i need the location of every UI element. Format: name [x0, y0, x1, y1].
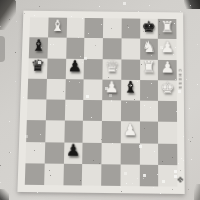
black-queen[interactable]: ♛ — [30, 58, 45, 74]
square-g8[interactable]: ♚ — [140, 19, 158, 39]
edge-shadow-left — [0, 36, 5, 62]
square-e7[interactable] — [103, 38, 122, 59]
square-f5[interactable]: ♝ — [121, 80, 140, 101]
square-c4[interactable] — [64, 100, 83, 121]
square-e1[interactable] — [101, 164, 120, 186]
square-h2[interactable] — [158, 143, 177, 165]
board-frame: ♝♚♜♝♞♟♛♟♛♜♟♟♝♚♟♟ CHESS ❖ — [17, 11, 184, 194]
white-rook[interactable]: ♜ — [160, 19, 174, 34]
black-king[interactable]: ♚ — [142, 19, 156, 34]
square-e6[interactable]: ♛ — [102, 59, 121, 80]
square-f3[interactable]: ♟ — [121, 121, 140, 143]
square-c7[interactable] — [66, 38, 85, 59]
corner-shadow-bottom-right — [194, 184, 200, 200]
square-a8[interactable] — [29, 17, 48, 37]
square-c6[interactable]: ♟ — [65, 58, 84, 79]
white-rook[interactable]: ♜ — [142, 60, 156, 76]
square-a7[interactable]: ♝ — [29, 37, 48, 58]
square-c1[interactable] — [63, 164, 82, 186]
square-a5[interactable] — [27, 78, 46, 99]
corner-shadow-top-left — [0, 0, 16, 30]
square-a6[interactable]: ♛ — [28, 58, 47, 79]
square-g2[interactable] — [139, 143, 158, 165]
board-brand-text: CHESS — [178, 69, 183, 91]
board-grid: ♝♚♜♝♞♟♛♟♛♜♟♟♝♚♟♟ — [25, 17, 178, 186]
square-h6[interactable]: ♟ — [158, 59, 177, 80]
square-h3[interactable] — [158, 122, 177, 144]
square-a2[interactable] — [25, 142, 45, 164]
square-g7[interactable]: ♞ — [140, 39, 158, 60]
square-c3[interactable] — [64, 121, 83, 143]
square-g3[interactable] — [139, 122, 158, 144]
square-d7[interactable] — [84, 38, 103, 59]
square-f6[interactable] — [121, 59, 140, 80]
black-bishop[interactable]: ♝ — [123, 80, 137, 96]
black-pawn[interactable]: ♟ — [68, 59, 82, 75]
square-c8[interactable] — [66, 18, 85, 38]
square-e3[interactable] — [102, 121, 121, 143]
square-h7[interactable]: ♟ — [158, 39, 177, 60]
square-d4[interactable] — [83, 100, 102, 121]
square-f1[interactable] — [120, 164, 139, 186]
white-king[interactable]: ♚ — [160, 81, 174, 97]
photo-background: ♝♚♜♝♞♟♛♟♛♜♟♟♝♚♟♟ CHESS ❖ — [0, 0, 200, 200]
square-f7[interactable] — [121, 39, 140, 60]
black-bishop[interactable]: ♝ — [31, 38, 46, 53]
square-g6[interactable]: ♜ — [140, 59, 159, 80]
white-bishop[interactable]: ♝ — [50, 18, 64, 33]
white-pawn[interactable]: ♟ — [123, 122, 137, 138]
corner-shadow-bottom-left — [0, 189, 9, 200]
white-pawn[interactable]: ♟ — [160, 60, 174, 76]
square-a4[interactable] — [27, 99, 46, 120]
square-f4[interactable] — [121, 100, 140, 121]
square-b5[interactable] — [46, 79, 65, 100]
square-a3[interactable] — [26, 120, 45, 141]
square-d5[interactable] — [84, 79, 103, 100]
square-d6[interactable] — [84, 59, 103, 80]
square-b7[interactable] — [47, 38, 66, 59]
square-g5[interactable] — [140, 80, 159, 101]
square-f8[interactable] — [121, 18, 139, 38]
square-c2[interactable]: ♟ — [63, 142, 82, 164]
square-g1[interactable] — [139, 164, 158, 186]
white-knight[interactable]: ♞ — [142, 39, 156, 55]
corner-shadow-top-right — [184, 0, 200, 9]
square-h8[interactable]: ♜ — [158, 19, 176, 39]
white-pawn[interactable]: ♟ — [104, 80, 118, 96]
square-b6[interactable] — [47, 58, 66, 79]
square-b8[interactable]: ♝ — [48, 18, 67, 38]
square-h1[interactable] — [158, 165, 177, 187]
white-pawn[interactable]: ♟ — [160, 40, 174, 56]
square-d1[interactable] — [82, 164, 101, 186]
chess-board: ♝♚♜♝♞♟♛♟♛♜♟♟♝♚♟♟ CHESS ❖ — [17, 11, 184, 194]
square-h5[interactable]: ♚ — [158, 80, 177, 101]
board-emblem-icon: ❖ — [177, 176, 184, 184]
square-b1[interactable] — [44, 163, 64, 185]
square-a1[interactable] — [25, 163, 45, 185]
square-d2[interactable] — [82, 142, 101, 164]
white-queen[interactable]: ♛ — [105, 59, 119, 75]
square-e2[interactable] — [101, 142, 120, 164]
square-c5[interactable] — [65, 79, 84, 100]
square-f2[interactable] — [120, 143, 139, 165]
square-d3[interactable] — [83, 121, 102, 143]
square-e5[interactable]: ♟ — [102, 79, 121, 100]
square-e8[interactable] — [103, 18, 122, 38]
square-e4[interactable] — [102, 100, 121, 121]
black-pawn[interactable]: ♟ — [66, 143, 81, 159]
square-b2[interactable] — [44, 142, 63, 164]
square-b3[interactable] — [45, 121, 64, 142]
square-d8[interactable] — [85, 18, 104, 38]
square-h4[interactable] — [158, 101, 177, 122]
square-b4[interactable] — [46, 99, 65, 120]
square-g4[interactable] — [139, 101, 158, 122]
film-grain-overlay-dark — [0, 0, 1, 1]
